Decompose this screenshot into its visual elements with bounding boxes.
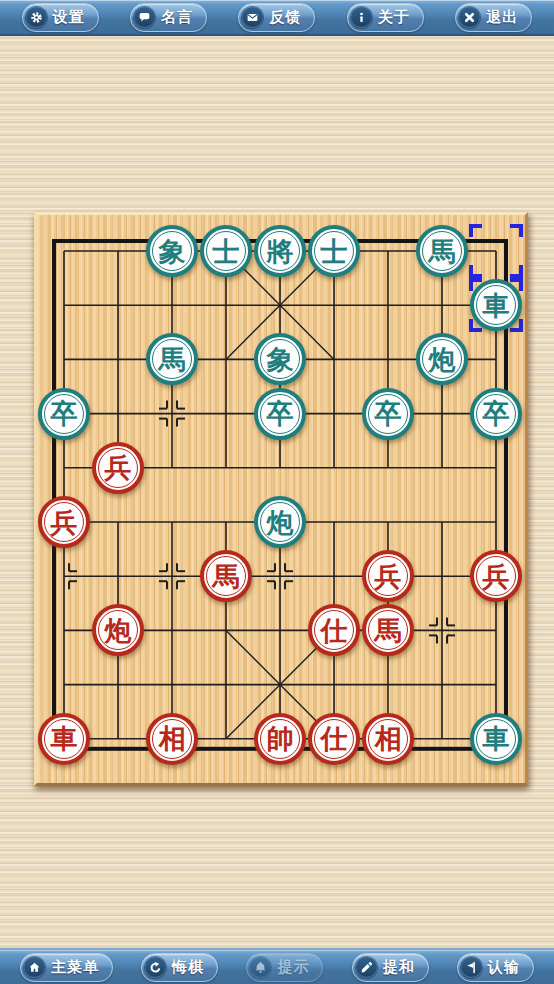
quotes-label: 名言: [161, 8, 193, 27]
red-piece-兵[interactable]: 兵: [470, 550, 522, 602]
red-piece-兵[interactable]: 兵: [38, 496, 90, 548]
quotes-button[interactable]: 名言: [130, 3, 207, 32]
about-label: 关于: [378, 8, 410, 27]
home-icon: [24, 957, 45, 978]
feedback-button[interactable]: 反馈: [238, 3, 315, 32]
main-menu-button[interactable]: 主菜单: [20, 953, 113, 982]
black-piece-象[interactable]: 象: [254, 333, 306, 385]
gear-icon: [26, 7, 47, 28]
black-piece-將[interactable]: 將: [254, 225, 306, 277]
hint-label: 提示: [277, 958, 309, 977]
red-piece-仕[interactable]: 仕: [308, 604, 360, 656]
exit-label: 退出: [486, 8, 518, 27]
bottom-toolbar: 主菜单 悔棋 提示: [0, 948, 554, 984]
hint-button[interactable]: 提示: [246, 953, 323, 982]
black-piece-卒[interactable]: 卒: [362, 388, 414, 440]
board[interactable]: 象士將士馬車馬象炮卒卒卒卒兵兵炮馬兵兵炮仕馬車相帥仕相車: [34, 212, 528, 786]
red-piece-相[interactable]: 相: [362, 713, 414, 765]
flag-icon: [461, 957, 482, 978]
black-piece-卒[interactable]: 卒: [470, 388, 522, 440]
settings-label: 设置: [53, 8, 85, 27]
undo-button[interactable]: 悔棋: [141, 953, 218, 982]
red-piece-車[interactable]: 車: [38, 713, 90, 765]
offer-draw-label: 提和: [383, 958, 415, 977]
black-piece-車[interactable]: 車: [470, 713, 522, 765]
undo-label: 悔棋: [172, 958, 204, 977]
black-piece-象[interactable]: 象: [146, 225, 198, 277]
bell-icon: [250, 957, 271, 978]
red-piece-帥[interactable]: 帥: [254, 713, 306, 765]
speech-bubble-icon: [134, 7, 155, 28]
black-piece-卒[interactable]: 卒: [254, 388, 306, 440]
black-piece-馬[interactable]: 馬: [416, 225, 468, 277]
red-piece-馬[interactable]: 馬: [200, 550, 252, 602]
black-piece-馬[interactable]: 馬: [146, 333, 198, 385]
pencil-icon: [356, 957, 377, 978]
piece-layer: 象士將士馬車馬象炮卒卒卒卒兵兵炮馬兵兵炮仕馬車相帥仕相車: [37, 215, 525, 783]
black-piece-炮[interactable]: 炮: [254, 496, 306, 548]
exit-button[interactable]: 退出: [455, 3, 532, 32]
info-icon: [351, 7, 372, 28]
about-button[interactable]: 关于: [347, 3, 424, 32]
red-piece-仕[interactable]: 仕: [308, 713, 360, 765]
close-icon: [459, 7, 480, 28]
red-piece-馬[interactable]: 馬: [362, 604, 414, 656]
main-menu-label: 主菜单: [51, 958, 99, 977]
red-piece-兵[interactable]: 兵: [362, 550, 414, 602]
xiangqi-app-screen: 设置 名言 反馈: [0, 0, 554, 984]
envelope-icon: [242, 7, 263, 28]
undo-icon: [145, 957, 166, 978]
settings-button[interactable]: 设置: [22, 3, 99, 32]
resign-label: 认输: [488, 958, 520, 977]
offer-draw-button[interactable]: 提和: [352, 953, 429, 982]
red-piece-炮[interactable]: 炮: [92, 604, 144, 656]
black-piece-士[interactable]: 士: [308, 225, 360, 277]
red-piece-相[interactable]: 相: [146, 713, 198, 765]
red-piece-兵[interactable]: 兵: [92, 442, 144, 494]
black-piece-車[interactable]: 車: [470, 279, 522, 331]
feedback-label: 反馈: [269, 8, 301, 27]
black-piece-士[interactable]: 士: [200, 225, 252, 277]
black-piece-炮[interactable]: 炮: [416, 333, 468, 385]
black-piece-卒[interactable]: 卒: [38, 388, 90, 440]
top-toolbar: 设置 名言 反馈: [0, 0, 554, 36]
resign-button[interactable]: 认输: [457, 953, 534, 982]
